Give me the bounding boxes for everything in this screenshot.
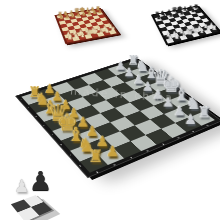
- white-knight: ♞: [205, 26, 211, 32]
- white-queen: ♛: [187, 29, 194, 37]
- cream-knight: ♞: [104, 28, 110, 34]
- black-pawn: ♟: [180, 11, 184, 16]
- cream-rook: ♜: [110, 27, 116, 33]
- cream-king: ♚: [92, 29, 99, 37]
- board-square: ♝: [179, 35, 188, 40]
- tan-pawn: ♟: [93, 10, 97, 15]
- thumbnail-black-silver-set[interactable]: ♜♞♝♛♚♝♞♜♟♟♟♟♟♟♟♟♟♟♟♟♟♟♟♟♜♞♝♛♚♝♞♜: [146, 0, 220, 46]
- tan-pawn: ♟: [71, 14, 75, 19]
- thumbnail-wooden-set[interactable]: ♜♞♝♛♚♝♞♜♟♟♟♟♟♟♟♟♟♟♟♟♟♟♟♟♜♞♝♛♚♝♞♜: [50, 2, 120, 48]
- black-pawn: ♟: [168, 13, 172, 18]
- cream-queen: ♛: [86, 30, 93, 38]
- black-pawn: ♟: [157, 15, 161, 20]
- tan-pawn: ♟: [65, 14, 69, 19]
- board-square: ♜: [66, 37, 74, 42]
- board-square: ♛: [84, 34, 92, 39]
- black-silver-set-chessboard: ♜♞♝♛♚♝♞♜♟♟♟♟♟♟♟♟♟♟♟♟♟♟♟♟♜♞♝♛♚♝♞♜: [151, 6, 220, 46]
- tan-pawn: ♟: [76, 13, 80, 18]
- cream-bishop: ♝: [98, 29, 104, 35]
- gold-pawn: ♟: [106, 144, 119, 159]
- cream-knight: ♞: [73, 33, 79, 40]
- board-square: ♞: [72, 36, 80, 41]
- white-king: ♚: [193, 28, 200, 36]
- black-pawn: ♟: [196, 7, 200, 12]
- white-bishop: ♝: [199, 28, 205, 34]
- tan-pawn: ♟: [82, 12, 86, 17]
- product-image: ♜♟♟♜♞♟♟♞♝♟♟♝♛♟♟♛♚♟♟♚♝♟♟♝♞♟♟♞♜♟♟♜ made in…: [0, 0, 220, 220]
- board-square: ♜: [166, 38, 175, 44]
- black-pawn: ♟: [29, 168, 52, 194]
- thumbnail-pawns-closeup[interactable]: ♟ ♟: [10, 166, 68, 218]
- wooden-set-chessboard: ♜♞♝♛♚♝♞♜♟♟♟♟♟♟♟♟♟♟♟♟♟♟♟♟♜♞♝♛♚♝♞♜: [54, 8, 119, 44]
- cream-rook: ♜: [67, 34, 73, 41]
- white-rook: ♜: [211, 25, 217, 31]
- black-pawn: ♟: [163, 14, 167, 19]
- silver-pawn: ♟: [173, 104, 185, 117]
- board-square: ♝: [78, 35, 86, 40]
- tan-pawn: ♟: [98, 9, 102, 14]
- white-pawn: ♟: [14, 178, 29, 195]
- board-square: [65, 20, 72, 24]
- gold-rook: ♜: [88, 148, 104, 165]
- black-pawn: ♟: [185, 9, 189, 14]
- silver-pawn: ♟: [184, 113, 196, 127]
- main-chessboard: ♜♟♟♜♞♟♟♞♝♟♟♝♛♟♟♛♚♟♟♚♝♟♟♝♞♟♟♞♜♟♟♜: [15, 58, 220, 179]
- silver-rook: ♜: [198, 105, 212, 121]
- white-knight: ♞: [174, 33, 180, 40]
- white-rook: ♜: [168, 35, 174, 42]
- tan-pawn: ♟: [59, 15, 63, 20]
- white-bishop: ♝: [181, 32, 187, 39]
- cream-bishop: ♝: [80, 32, 86, 39]
- tan-pawn: ♟: [87, 11, 91, 16]
- black-pawn: ♟: [191, 8, 195, 13]
- black-pawn: ♟: [174, 12, 178, 17]
